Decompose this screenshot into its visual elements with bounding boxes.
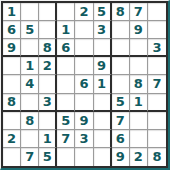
cell-r7c5[interactable]: 9 — [75, 112, 93, 130]
cell-r6c6[interactable] — [94, 94, 112, 112]
cell-r6c3[interactable]: 3 — [39, 94, 57, 112]
cell-r7c8[interactable] — [130, 112, 148, 130]
cell-r8c6[interactable] — [94, 130, 112, 148]
cell-r8c9[interactable] — [148, 130, 166, 148]
cell-r2c5[interactable] — [75, 21, 93, 39]
cell-r2c1[interactable]: 6 — [3, 21, 21, 39]
cell-r2c2[interactable]: 5 — [21, 21, 39, 39]
cell-r6c9[interactable] — [148, 94, 166, 112]
cell-r7c1[interactable] — [3, 112, 21, 130]
cell-r5c1[interactable] — [3, 75, 21, 93]
cell-r6c8[interactable]: 1 — [130, 94, 148, 112]
cell-r3c5[interactable] — [75, 39, 93, 57]
cell-r6c2[interactable] — [21, 94, 39, 112]
cell-r4c2[interactable]: 1 — [21, 57, 39, 75]
cell-r1c3[interactable] — [39, 3, 57, 21]
cell-r5c6[interactable]: 1 — [94, 75, 112, 93]
cell-r7c3[interactable] — [39, 112, 57, 130]
cell-r1c5[interactable]: 2 — [75, 3, 93, 21]
cell-r7c2[interactable]: 8 — [21, 112, 39, 130]
cell-r9c7[interactable]: 9 — [112, 148, 130, 166]
cell-r4c5[interactable] — [75, 57, 93, 75]
cell-r5c5[interactable]: 6 — [75, 75, 93, 93]
cell-r8c7[interactable]: 6 — [112, 130, 130, 148]
cell-r4c4[interactable] — [57, 57, 75, 75]
cell-r2c8[interactable]: 9 — [130, 21, 148, 39]
cell-r1c6[interactable]: 5 — [94, 3, 112, 21]
cell-r9c3[interactable]: 5 — [39, 148, 57, 166]
cell-r7c7[interactable]: 7 — [112, 112, 130, 130]
cell-r2c9[interactable] — [148, 21, 166, 39]
cell-r4c9[interactable] — [148, 57, 166, 75]
cell-r2c4[interactable]: 1 — [57, 21, 75, 39]
cell-r9c2[interactable]: 7 — [21, 148, 39, 166]
cell-r6c7[interactable]: 5 — [112, 94, 130, 112]
sudoku-widget-frame: 1258765139986312946187835185972173675928 — [0, 0, 170, 170]
cell-r4c6[interactable]: 9 — [94, 57, 112, 75]
cell-r1c2[interactable] — [21, 3, 39, 21]
cell-r9c1[interactable] — [3, 148, 21, 166]
cell-r4c3[interactable]: 2 — [39, 57, 57, 75]
sudoku-board: 1258765139986312946187835185972173675928 — [1, 1, 168, 168]
cell-r8c8[interactable] — [130, 130, 148, 148]
cell-r7c4[interactable]: 5 — [57, 112, 75, 130]
cell-r9c5[interactable] — [75, 148, 93, 166]
cell-r9c9[interactable]: 8 — [148, 148, 166, 166]
cell-r5c4[interactable] — [57, 75, 75, 93]
cell-r8c5[interactable]: 3 — [75, 130, 93, 148]
cell-r5c7[interactable] — [112, 75, 130, 93]
cell-r2c3[interactable] — [39, 21, 57, 39]
cell-r2c6[interactable]: 3 — [94, 21, 112, 39]
cell-r1c4[interactable] — [57, 3, 75, 21]
cell-r4c8[interactable] — [130, 57, 148, 75]
cell-r6c1[interactable]: 8 — [3, 94, 21, 112]
cell-r1c1[interactable]: 1 — [3, 3, 21, 21]
cell-r3c7[interactable] — [112, 39, 130, 57]
cell-r9c4[interactable] — [57, 148, 75, 166]
cell-r1c8[interactable]: 7 — [130, 3, 148, 21]
cell-r5c8[interactable]: 8 — [130, 75, 148, 93]
cell-r3c3[interactable]: 8 — [39, 39, 57, 57]
cell-r7c9[interactable] — [148, 112, 166, 130]
cell-r8c2[interactable] — [21, 130, 39, 148]
cell-r7c6[interactable] — [94, 112, 112, 130]
cell-r3c9[interactable]: 3 — [148, 39, 166, 57]
cell-r8c1[interactable]: 2 — [3, 130, 21, 148]
cell-r4c1[interactable] — [3, 57, 21, 75]
cell-r6c4[interactable] — [57, 94, 75, 112]
cell-r5c3[interactable] — [39, 75, 57, 93]
cell-r5c9[interactable]: 7 — [148, 75, 166, 93]
cell-r3c8[interactable] — [130, 39, 148, 57]
cell-r8c4[interactable]: 7 — [57, 130, 75, 148]
cell-r4c7[interactable] — [112, 57, 130, 75]
cell-r8c3[interactable]: 1 — [39, 130, 57, 148]
cell-r9c8[interactable]: 2 — [130, 148, 148, 166]
cell-r6c5[interactable] — [75, 94, 93, 112]
cell-r1c9[interactable] — [148, 3, 166, 21]
cell-r1c7[interactable]: 8 — [112, 3, 130, 21]
cell-r9c6[interactable] — [94, 148, 112, 166]
cell-r5c2[interactable]: 4 — [21, 75, 39, 93]
cell-r2c7[interactable] — [112, 21, 130, 39]
cell-r3c1[interactable]: 9 — [3, 39, 21, 57]
cell-r3c6[interactable] — [94, 39, 112, 57]
cell-r3c2[interactable] — [21, 39, 39, 57]
cell-r3c4[interactable]: 6 — [57, 39, 75, 57]
